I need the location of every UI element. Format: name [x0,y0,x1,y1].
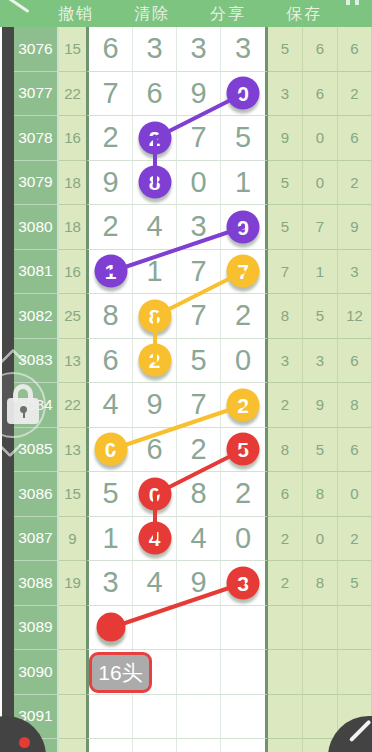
right-stat-cell[interactable]: 2 [338,72,372,117]
digit-cell[interactable]: 3 [86,561,133,606]
digit-cell[interactable]: 9 [133,383,177,428]
period-cell-3086: 3086 [14,472,59,517]
right-stat-cell[interactable]: 8 [338,383,372,428]
sum-cell: 9 [59,517,86,562]
digit-cell[interactable]: 4 [133,517,177,562]
right-stat-cell[interactable]: 2 [268,561,303,606]
right-stat-cell[interactable] [268,606,303,651]
clear-button[interactable]: 清除 [114,1,190,26]
right-stat-cell[interactable]: 3 [303,339,338,384]
sum-cell: 13 [59,339,86,384]
right-stat-cell[interactable]: 6 [338,27,372,72]
lock-icon [7,384,39,426]
digit-cell[interactable] [86,695,133,740]
digit-cell[interactable]: 2 [133,339,177,384]
red-circled-digit[interactable]: 0 [138,477,171,510]
digit-cell[interactable]: 5 [221,428,268,473]
digit-cell[interactable] [177,606,221,651]
digit-cell[interactable]: 7 [86,72,133,117]
right-stat-cell[interactable]: 6 [268,472,303,517]
trend-chart-grid: 3076156333566307722769036230781622759063… [14,27,372,752]
digit-cell[interactable]: 9 [177,561,221,606]
sum-cell: 18 [59,161,86,206]
right-stat-cell[interactable] [303,695,338,740]
right-stat-cell[interactable]: 7 [268,250,303,295]
right-stat-cell[interactable]: 3 [268,339,303,384]
digit-cell[interactable] [177,650,221,695]
right-stat-cell[interactable]: 7 [303,205,338,250]
right-stat-cell[interactable]: 0 [303,161,338,206]
digit-cell[interactable]: 2 [221,383,268,428]
digit-cell[interactable] [221,650,268,695]
yellow-circled-digit[interactable]: 2 [138,344,171,377]
red-color-dot-icon [19,737,30,748]
right-stat-cell[interactable] [303,606,338,651]
lottery-trend-chart-screen: 撤销 清除 分享 保存 3076156333566307722769036230… [0,0,372,752]
digit-cell[interactable]: 2 [86,116,133,161]
digit-cell[interactable]: 9 [177,72,221,117]
digit-cell[interactable]: 7 [177,383,221,428]
right-stat-cell[interactable] [338,606,372,651]
right-stat-cell[interactable]: 2 [338,517,372,562]
right-stat-cell[interactable]: 5 [268,205,303,250]
digit-cell[interactable] [86,739,133,752]
save-button[interactable]: 保存 [266,1,342,26]
sum-cell [59,606,86,651]
sum-cell: 18 [59,205,86,250]
undo-button[interactable]: 撤销 [38,1,114,26]
sum-cell: 22 [59,383,86,428]
digit-cell[interactable]: 6 [133,72,177,117]
yellow-circled-digit[interactable]: 8 [138,299,171,332]
yellow-circled-digit[interactable]: 0 [94,433,127,466]
sum-cell: 13 [59,428,86,473]
digit-cell[interactable]: 6 [86,27,133,72]
purple-circled-digit[interactable]: 0 [227,77,260,110]
digit-cell[interactable]: 6 [133,428,177,473]
digit-cell[interactable]: 3 [177,27,221,72]
right-stat-cell[interactable]: 5 [338,561,372,606]
digit-cell[interactable]: 8 [86,294,133,339]
sum-cell [59,739,86,752]
digit-cell[interactable]: 7 [221,250,268,295]
digit-cell[interactable]: 0 [133,472,177,517]
right-stat-cell[interactable]: 6 [338,428,372,473]
right-stat-cell[interactable]: 5 [268,161,303,206]
right-stat-cell[interactable]: 9 [303,383,338,428]
red-circled-digit[interactable]: 5 [227,433,260,466]
right-stat-cell[interactable]: 6 [338,339,372,384]
digit-cell[interactable]: 3 [221,561,268,606]
right-stat-cell[interactable]: 6 [338,116,372,161]
right-stat-cell[interactable]: 2 [268,383,303,428]
digit-cell[interactable] [133,606,177,651]
digit-cell[interactable]: 5 [86,472,133,517]
right-stat-cell[interactable]: 0 [338,472,372,517]
purple-circled-digit[interactable]: 8 [138,166,171,199]
sum-cell: 15 [59,27,86,72]
digit-cell[interactable] [221,606,268,651]
right-stat-cell[interactable]: 8 [268,428,303,473]
right-stat-cell[interactable]: 3 [338,250,372,295]
digit-cell[interactable]: 1 [133,250,177,295]
sum-cell [59,650,86,695]
red-circled-digit[interactable]: 3 [227,566,260,599]
digit-cell[interactable]: 3 [177,205,221,250]
digit-cell[interactable]: 3 [221,27,268,72]
sum-cell: 16 [59,250,86,295]
digit-cell[interactable]: 7 [177,294,221,339]
purple-circled-digit[interactable]: 2 [138,121,171,154]
sum-cell [59,695,86,740]
sum-cell: 15 [59,472,86,517]
digit-cell[interactable]: 7 [177,116,221,161]
digit-cell[interactable]: 1 [86,250,133,295]
period-cell-3081: 3081 [14,250,59,295]
digit-cell[interactable]: 16头 [86,650,133,695]
digit-cell[interactable]: 2 [133,116,177,161]
share-button[interactable]: 分享 [190,1,266,26]
right-stat-cell[interactable]: 5 [268,27,303,72]
purple-circled-digit[interactable]: 9 [227,210,260,243]
digit-cell[interactable] [221,695,268,740]
digit-cell[interactable] [133,695,177,740]
red-dot-mark[interactable] [96,613,125,642]
right-stat-cell[interactable]: 0 [303,116,338,161]
period-cell-3079: 3079 [14,161,59,206]
digit-cell[interactable]: 0 [177,161,221,206]
right-stat-cell[interactable]: 8 [303,472,338,517]
digit-cell[interactable]: 1 [86,517,133,562]
sum-cell: 19 [59,561,86,606]
digit-cell[interactable]: 4 [133,561,177,606]
right-stat-cell[interactable]: 2 [268,517,303,562]
right-stat-cell[interactable] [268,695,303,740]
digit-cell[interactable]: 8 [133,294,177,339]
right-stat-cell[interactable]: 3 [268,72,303,117]
period-cell-3088: 3088 [14,561,59,606]
digit-cell[interactable]: 1 [221,161,268,206]
toolbar: 撤销 清除 分享 保存 [0,0,372,27]
digit-cell[interactable] [221,739,268,752]
digit-cell[interactable]: 0 [221,72,268,117]
digit-cell[interactable]: 9 [86,161,133,206]
period-cell-3080: 3080 [14,205,59,250]
period-cell-3087: 3087 [14,517,59,562]
right-stat-cell[interactable]: 12 [338,294,372,339]
purple-circled-digit[interactable]: 1 [94,255,127,288]
digit-cell[interactable]: 4 [133,205,177,250]
right-stat-cell[interactable] [303,650,338,695]
right-stat-cell[interactable] [338,650,372,695]
digit-cell[interactable]: 7 [177,250,221,295]
right-stat-cell[interactable]: 1 [303,250,338,295]
annotation-tag[interactable]: 16头 [89,652,152,693]
digit-cell[interactable] [177,739,221,752]
digit-cell[interactable]: 0 [221,339,268,384]
digit-cell[interactable]: 9 [221,205,268,250]
digit-cell[interactable]: 6 [86,339,133,384]
right-stat-cell[interactable] [268,739,303,752]
back-button[interactable] [0,0,38,27]
digit-cell[interactable] [86,606,133,651]
period-cell-3089: 3089 [14,606,59,651]
right-stat-cell[interactable]: 9 [268,116,303,161]
right-stat-cell[interactable]: 5 [303,428,338,473]
cut-off-corner-text [342,0,372,27]
digit-cell[interactable]: 0 [86,428,133,473]
digit-cell[interactable]: 3 [133,27,177,72]
pencil-icon [349,720,371,742]
right-stat-cell[interactable]: 8 [303,561,338,606]
digit-cell[interactable]: 5 [177,339,221,384]
right-stat-cell[interactable]: 8 [268,294,303,339]
digit-cell[interactable]: 2 [221,294,268,339]
period-cell-3090: 3090 [14,650,59,695]
back-arrow-icon [6,0,29,13]
right-stat-cell[interactable]: 0 [303,517,338,562]
sum-cell: 22 [59,72,86,117]
digit-cell[interactable]: 8 [133,161,177,206]
right-stat-cell[interactable]: 6 [303,27,338,72]
digit-cell[interactable] [177,695,221,740]
sum-cell: 25 [59,294,86,339]
digit-cell[interactable]: 4 [86,383,133,428]
right-stat-cell[interactable]: 6 [303,72,338,117]
right-stat-cell[interactable]: 9 [338,205,372,250]
period-cell-3076: 3076 [14,27,59,72]
period-cell-3077: 3077 [14,72,59,117]
yellow-circled-digit[interactable]: 7 [227,255,260,288]
sum-cell: 16 [59,116,86,161]
red-circled-digit[interactable]: 4 [138,522,171,555]
digit-cell[interactable]: 5 [221,116,268,161]
right-stat-cell[interactable]: 2 [338,161,372,206]
right-stat-cell[interactable]: 5 [303,294,338,339]
period-cell-3082: 3082 [14,294,59,339]
digit-cell[interactable]: 2 [86,205,133,250]
digit-cell[interactable]: 2 [221,472,268,517]
period-cell-3078: 3078 [14,116,59,161]
digit-cell[interactable]: 0 [221,517,268,562]
right-stat-cell[interactable] [268,650,303,695]
digit-cell[interactable]: 8 [177,472,221,517]
digit-cell[interactable] [133,739,177,752]
digit-cell[interactable]: 2 [177,428,221,473]
digit-cell[interactable]: 4 [177,517,221,562]
yellow-circled-digit[interactable]: 2 [227,388,260,421]
